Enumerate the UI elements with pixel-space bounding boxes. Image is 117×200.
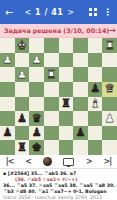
square-f5[interactable] bbox=[73, 82, 88, 97]
square-e7[interactable] bbox=[59, 53, 74, 68]
piece-bP-a2[interactable]: ♟ bbox=[2, 127, 12, 139]
square-h6[interactable] bbox=[102, 67, 117, 82]
square-d2[interactable] bbox=[44, 126, 59, 141]
square-b2[interactable] bbox=[15, 126, 30, 141]
square-c5[interactable] bbox=[29, 82, 44, 97]
square-g2[interactable] bbox=[88, 126, 103, 141]
arrow-right-icon: → bbox=[109, 26, 116, 35]
square-d4[interactable] bbox=[44, 97, 59, 112]
square-e1[interactable] bbox=[59, 140, 74, 155]
back-button[interactable]: ← bbox=[5, 7, 13, 18]
piece-bR-e4[interactable]: ♜ bbox=[61, 98, 71, 110]
square-c6[interactable] bbox=[29, 67, 44, 82]
piece-bP-b3[interactable]: ♟ bbox=[17, 113, 27, 125]
square-d5[interactable] bbox=[44, 82, 59, 97]
square-g5[interactable]: ♟ bbox=[88, 82, 103, 97]
piece-bP-c2[interactable]: ♟ bbox=[31, 127, 41, 139]
status-banner[interactable]: Задача решена (3/10, 00:14) → bbox=[0, 24, 117, 38]
chess-board: ♚♜♟♟♟♜♟♛♜♝♟♛♟♟♟♟♜♚ bbox=[0, 38, 117, 155]
square-a8[interactable] bbox=[0, 38, 15, 53]
piece-wR-d6[interactable]: ♜ bbox=[46, 69, 56, 81]
square-b8[interactable]: ♚ bbox=[15, 38, 30, 53]
square-d3[interactable] bbox=[44, 111, 59, 126]
square-c2[interactable]: ♟ bbox=[29, 126, 44, 141]
engine-ball-icon[interactable] bbox=[43, 157, 52, 166]
square-f2[interactable]: ♟ bbox=[73, 126, 88, 141]
piece-wP-h3[interactable]: ♟ bbox=[105, 113, 115, 125]
square-c1[interactable]: ♚ bbox=[29, 140, 44, 155]
square-g6[interactable] bbox=[88, 67, 103, 82]
first-move-button[interactable]: |< bbox=[6, 158, 14, 166]
square-h3[interactable]: ♟ bbox=[102, 111, 117, 126]
square-b1[interactable]: ♜ bbox=[15, 140, 30, 155]
square-c7[interactable]: ♟ bbox=[29, 53, 44, 68]
square-c4[interactable] bbox=[29, 97, 44, 112]
square-b5[interactable] bbox=[15, 82, 30, 97]
square-b4[interactable] bbox=[15, 97, 30, 112]
piece-bQ-c3[interactable]: ♛ bbox=[31, 113, 41, 125]
square-g1[interactable] bbox=[88, 140, 103, 155]
playback-bar: |< < > >| bbox=[0, 155, 117, 169]
square-a2[interactable]: ♟ bbox=[0, 126, 15, 141]
square-f7[interactable] bbox=[73, 53, 88, 68]
next-move-button[interactable]: > bbox=[86, 158, 92, 166]
square-d6[interactable]: ♜ bbox=[44, 67, 59, 82]
piece-wK-b8[interactable]: ♚ bbox=[17, 40, 27, 52]
square-g4[interactable]: ♝ bbox=[88, 97, 103, 112]
square-d7[interactable] bbox=[44, 53, 59, 68]
prev-puzzle-button[interactable]: < bbox=[24, 8, 31, 17]
square-f4[interactable] bbox=[73, 97, 88, 112]
square-e4[interactable]: ♜ bbox=[59, 97, 74, 112]
square-f6[interactable] bbox=[73, 67, 88, 82]
square-e8[interactable] bbox=[59, 38, 74, 53]
piece-wB-g4[interactable]: ♝ bbox=[90, 98, 100, 110]
chess-app-window: ← < 1 / 41 > ⋮ Задача решена (3/10, 00:1… bbox=[0, 0, 117, 200]
square-g7[interactable] bbox=[88, 53, 103, 68]
square-a3[interactable] bbox=[0, 111, 15, 126]
overflow-menu-icon[interactable]: ⋮ bbox=[103, 7, 112, 17]
square-e5[interactable] bbox=[59, 82, 74, 97]
square-a6[interactable] bbox=[0, 67, 15, 82]
piece-wR-h8[interactable]: ♜ bbox=[105, 40, 115, 52]
square-f1[interactable] bbox=[73, 140, 88, 155]
puzzle-pager: < 1 / 41 > bbox=[13, 8, 85, 17]
game-citation: Viktor 2654 - Ivanchuk Vassily 2769, 201… bbox=[3, 195, 114, 200]
square-a4[interactable] bbox=[0, 97, 15, 112]
square-b6[interactable]: ♟ bbox=[15, 67, 30, 82]
square-h8[interactable]: ♜ bbox=[102, 38, 117, 53]
square-h7[interactable] bbox=[102, 53, 117, 68]
next-puzzle-button[interactable]: > bbox=[67, 8, 74, 17]
piece-bP-f2[interactable]: ♟ bbox=[75, 127, 85, 139]
square-a1[interactable] bbox=[0, 140, 15, 155]
square-f3[interactable] bbox=[73, 111, 88, 126]
top-bar: ← < 1 / 41 > ⋮ bbox=[0, 0, 117, 24]
square-g8[interactable] bbox=[88, 38, 103, 53]
square-e3[interactable] bbox=[59, 111, 74, 126]
square-a5[interactable] bbox=[0, 82, 15, 97]
square-h2[interactable] bbox=[102, 126, 117, 141]
piece-bK-c1[interactable]: ♚ bbox=[31, 142, 41, 154]
notation-panel: ▪ [#2564] 35... ♖ab5 36. a7 (36. ♕xb5 ♕x… bbox=[0, 169, 117, 200]
piece-wQ-h5[interactable]: ♛ bbox=[105, 83, 115, 95]
square-g3[interactable] bbox=[88, 111, 103, 126]
grid-view-icon[interactable] bbox=[89, 8, 97, 16]
square-c8[interactable] bbox=[29, 38, 44, 53]
piece-bP-g5[interactable]: ♟ bbox=[90, 83, 100, 95]
status-banner-text: Задача решена (3/10, 00:14) bbox=[4, 27, 109, 34]
last-move-button[interactable]: >| bbox=[103, 158, 111, 166]
piece-wP-c7[interactable]: ♟ bbox=[31, 54, 41, 66]
board-setup-icon[interactable] bbox=[63, 158, 74, 166]
square-c3[interactable]: ♛ bbox=[29, 111, 44, 126]
piece-bR-b1[interactable]: ♜ bbox=[17, 142, 27, 154]
puzzle-counter: 1 / 41 bbox=[35, 8, 63, 17]
piece-wP-b6[interactable]: ♟ bbox=[17, 69, 27, 81]
square-h5[interactable]: ♛ bbox=[102, 82, 117, 97]
square-d1[interactable] bbox=[44, 140, 59, 155]
square-e6[interactable] bbox=[59, 67, 74, 82]
prev-move-button[interactable]: < bbox=[25, 158, 31, 166]
piece-wP-a7[interactable]: ♟ bbox=[2, 54, 12, 66]
square-d8[interactable] bbox=[44, 38, 59, 53]
square-b7[interactable] bbox=[15, 53, 30, 68]
square-f8[interactable] bbox=[73, 38, 88, 53]
square-b3[interactable]: ♟ bbox=[15, 111, 30, 126]
square-h1[interactable] bbox=[102, 140, 117, 155]
square-e2[interactable] bbox=[59, 126, 74, 141]
square-h4[interactable] bbox=[102, 97, 117, 112]
square-a7[interactable]: ♟ bbox=[0, 53, 15, 68]
